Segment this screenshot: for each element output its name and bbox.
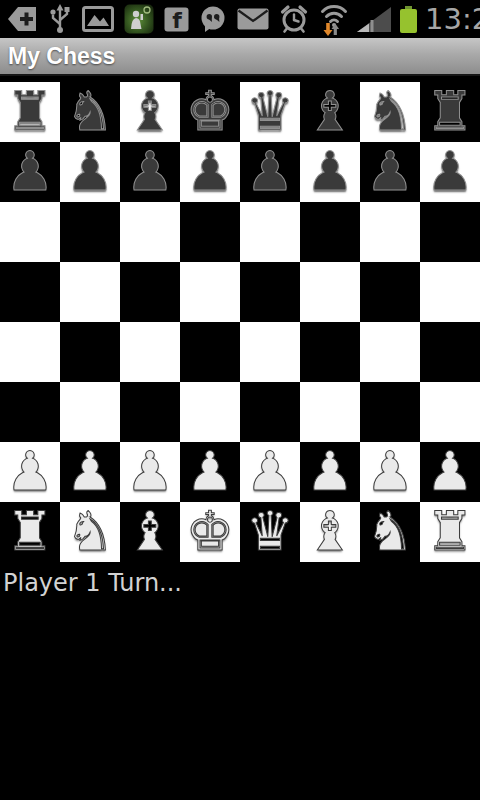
square-f2[interactable]: ♟ bbox=[300, 442, 360, 502]
black-bishop: ♝ bbox=[300, 82, 360, 142]
square-d2[interactable]: ♟ bbox=[180, 442, 240, 502]
square-f5[interactable] bbox=[300, 262, 360, 322]
square-b7[interactable]: ♟ bbox=[60, 142, 120, 202]
square-d7[interactable]: ♟ bbox=[180, 142, 240, 202]
square-f6[interactable] bbox=[300, 202, 360, 262]
square-d5[interactable] bbox=[180, 262, 240, 322]
facebook-icon: f bbox=[164, 7, 189, 32]
square-b3[interactable] bbox=[60, 382, 120, 442]
square-e6[interactable] bbox=[240, 202, 300, 262]
square-h3[interactable] bbox=[420, 382, 480, 442]
black-pawn: ♟ bbox=[300, 142, 360, 202]
square-a1[interactable]: ♜ bbox=[0, 502, 60, 562]
status-bar-clock: 13:29 bbox=[425, 0, 480, 38]
black-king: ♚ bbox=[180, 82, 240, 142]
square-e5[interactable] bbox=[240, 262, 300, 322]
square-c5[interactable] bbox=[120, 262, 180, 322]
square-g8[interactable]: ♞ bbox=[360, 82, 420, 142]
square-g4[interactable] bbox=[360, 322, 420, 382]
square-a5[interactable] bbox=[0, 262, 60, 322]
black-pawn: ♟ bbox=[60, 142, 120, 202]
white-pawn: ♟ bbox=[420, 442, 480, 502]
wifi-sync-icon bbox=[319, 1, 349, 37]
battery-icon bbox=[399, 5, 418, 34]
square-c8[interactable]: ♝ bbox=[120, 82, 180, 142]
square-f8[interactable]: ♝ bbox=[300, 82, 360, 142]
square-h6[interactable] bbox=[420, 202, 480, 262]
square-a6[interactable] bbox=[0, 202, 60, 262]
white-pawn: ♟ bbox=[0, 442, 60, 502]
white-pawn: ♟ bbox=[60, 442, 120, 502]
square-f4[interactable] bbox=[300, 322, 360, 382]
black-pawn: ♟ bbox=[420, 142, 480, 202]
status-bar[interactable]: f bbox=[0, 0, 480, 38]
gallery-icon bbox=[82, 6, 114, 32]
app-title: My Chess bbox=[8, 43, 115, 70]
email-icon bbox=[237, 8, 269, 30]
square-b5[interactable] bbox=[60, 262, 120, 322]
black-pawn: ♟ bbox=[180, 142, 240, 202]
alarm-clock-icon bbox=[279, 4, 309, 34]
square-d1[interactable]: ♚ bbox=[180, 502, 240, 562]
black-pawn: ♟ bbox=[240, 142, 300, 202]
square-g7[interactable]: ♟ bbox=[360, 142, 420, 202]
square-h4[interactable] bbox=[420, 322, 480, 382]
white-king: ♚ bbox=[180, 502, 240, 562]
square-f7[interactable]: ♟ bbox=[300, 142, 360, 202]
black-rook: ♜ bbox=[420, 82, 480, 142]
square-c3[interactable] bbox=[120, 382, 180, 442]
square-d3[interactable] bbox=[180, 382, 240, 442]
white-rook: ♜ bbox=[0, 502, 60, 562]
square-e4[interactable] bbox=[240, 322, 300, 382]
square-a4[interactable] bbox=[0, 322, 60, 382]
turn-status-text: Player 1 Turn... bbox=[0, 562, 480, 597]
black-pawn: ♟ bbox=[360, 142, 420, 202]
plus-tag-icon bbox=[6, 5, 38, 33]
white-pawn: ♟ bbox=[300, 442, 360, 502]
square-c2[interactable]: ♟ bbox=[120, 442, 180, 502]
square-h7[interactable]: ♟ bbox=[420, 142, 480, 202]
square-h2[interactable]: ♟ bbox=[420, 442, 480, 502]
square-e2[interactable]: ♟ bbox=[240, 442, 300, 502]
signal-strength-icon bbox=[356, 6, 392, 33]
black-pawn: ♟ bbox=[0, 142, 60, 202]
title-bar: My Chess bbox=[0, 38, 480, 76]
white-queen: ♛ bbox=[240, 502, 300, 562]
square-b6[interactable] bbox=[60, 202, 120, 262]
square-g3[interactable] bbox=[360, 382, 420, 442]
white-knight: ♞ bbox=[360, 502, 420, 562]
square-c7[interactable]: ♟ bbox=[120, 142, 180, 202]
square-g1[interactable]: ♞ bbox=[360, 502, 420, 562]
square-h1[interactable]: ♜ bbox=[420, 502, 480, 562]
square-b2[interactable]: ♟ bbox=[60, 442, 120, 502]
square-h8[interactable]: ♜ bbox=[420, 82, 480, 142]
svg-text:f: f bbox=[172, 8, 182, 32]
black-knight: ♞ bbox=[60, 82, 120, 142]
square-e3[interactable] bbox=[240, 382, 300, 442]
square-d8[interactable]: ♚ bbox=[180, 82, 240, 142]
chess-board: ♜♞♝♚♛♝♞♜♟♟♟♟♟♟♟♟♟♟♟♟♟♟♟♟♜♞♝♚♛♝♞♜ bbox=[0, 82, 480, 562]
black-queen: ♛ bbox=[240, 82, 300, 142]
white-bishop: ♝ bbox=[120, 502, 180, 562]
square-e7[interactable]: ♟ bbox=[240, 142, 300, 202]
square-b8[interactable]: ♞ bbox=[60, 82, 120, 142]
square-e1[interactable]: ♛ bbox=[240, 502, 300, 562]
status-bar-right-group: 13:29 bbox=[319, 0, 480, 38]
square-c6[interactable] bbox=[120, 202, 180, 262]
square-c1[interactable]: ♝ bbox=[120, 502, 180, 562]
square-g5[interactable] bbox=[360, 262, 420, 322]
usb-icon bbox=[48, 4, 72, 34]
game-app-icon bbox=[124, 4, 154, 34]
square-h5[interactable] bbox=[420, 262, 480, 322]
square-g6[interactable] bbox=[360, 202, 420, 262]
square-b1[interactable]: ♞ bbox=[60, 502, 120, 562]
square-e8[interactable]: ♛ bbox=[240, 82, 300, 142]
white-knight: ♞ bbox=[60, 502, 120, 562]
black-rook: ♜ bbox=[0, 82, 60, 142]
white-pawn: ♟ bbox=[180, 442, 240, 502]
white-pawn: ♟ bbox=[240, 442, 300, 502]
white-pawn: ♟ bbox=[360, 442, 420, 502]
square-f1[interactable]: ♝ bbox=[300, 502, 360, 562]
black-pawn: ♟ bbox=[120, 142, 180, 202]
square-a2[interactable]: ♟ bbox=[0, 442, 60, 502]
white-rook: ♜ bbox=[420, 502, 480, 562]
square-c4[interactable] bbox=[120, 322, 180, 382]
square-d6[interactable] bbox=[180, 202, 240, 262]
white-bishop: ♝ bbox=[300, 502, 360, 562]
hangouts-icon bbox=[199, 5, 227, 33]
square-a3[interactable] bbox=[0, 382, 60, 442]
square-a8[interactable]: ♜ bbox=[0, 82, 60, 142]
white-pawn: ♟ bbox=[120, 442, 180, 502]
square-d4[interactable] bbox=[180, 322, 240, 382]
square-f3[interactable] bbox=[300, 382, 360, 442]
black-knight: ♞ bbox=[360, 82, 420, 142]
square-g2[interactable]: ♟ bbox=[360, 442, 420, 502]
black-bishop: ♝ bbox=[120, 82, 180, 142]
square-b4[interactable] bbox=[60, 322, 120, 382]
square-a7[interactable]: ♟ bbox=[0, 142, 60, 202]
